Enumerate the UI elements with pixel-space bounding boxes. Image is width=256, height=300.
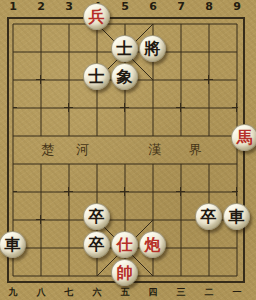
piece-glyph: 帥: [117, 264, 133, 280]
piece-glyph: 車: [5, 236, 21, 252]
piece-glyph: 士: [89, 68, 105, 84]
pieces-layer: 兵士將士象馬卒卒車車卒仕炮帥: [0, 0, 256, 300]
piece-glyph: 兵: [89, 8, 105, 24]
piece-glyph: 車: [229, 208, 245, 224]
piece-black-general[interactable]: 將: [139, 35, 166, 62]
piece-glyph: 象: [117, 68, 133, 84]
piece-red-soldier[interactable]: 兵: [83, 3, 110, 30]
piece-glyph: 士: [117, 40, 133, 56]
piece-glyph: 將: [145, 40, 161, 56]
piece-black-advisor[interactable]: 士: [83, 63, 110, 90]
piece-glyph: 炮: [145, 236, 161, 252]
piece-black-soldier[interactable]: 卒: [83, 231, 110, 258]
piece-glyph: 馬: [237, 129, 253, 145]
piece-red-general[interactable]: 帥: [111, 259, 138, 286]
piece-black-chariot[interactable]: 車: [223, 203, 250, 230]
piece-black-elephant[interactable]: 象: [111, 63, 138, 90]
piece-black-soldier[interactable]: 卒: [195, 203, 222, 230]
piece-glyph: 卒: [89, 208, 105, 224]
piece-red-horse[interactable]: 馬: [231, 124, 256, 151]
xiangqi-board: 123456789 九八七六五四三二一 楚河 漢界 兵士將士象馬卒卒車車卒仕炮帥: [0, 0, 256, 300]
piece-glyph: 卒: [201, 208, 217, 224]
piece-red-cannon[interactable]: 炮: [139, 231, 166, 258]
piece-glyph: 卒: [89, 236, 105, 252]
piece-black-advisor[interactable]: 士: [111, 35, 138, 62]
piece-glyph: 仕: [117, 236, 133, 252]
piece-black-soldier[interactable]: 卒: [83, 203, 110, 230]
piece-black-chariot[interactable]: 車: [0, 231, 26, 258]
piece-red-advisor[interactable]: 仕: [111, 231, 138, 258]
